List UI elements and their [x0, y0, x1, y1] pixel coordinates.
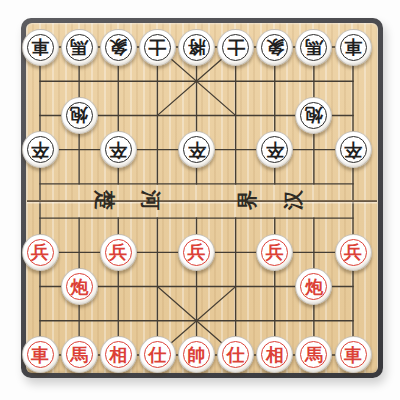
piece-glyph: 兵 [266, 243, 284, 261]
piece-glyph: 炮 [70, 106, 88, 124]
piece-glyph: 炮 [305, 278, 323, 296]
piece-glyph: 仕 [227, 346, 245, 364]
piece-black-elephant-left[interactable]: 象 [100, 29, 137, 66]
board-surface [26, 23, 378, 373]
piece-black-soldier-5[interactable]: 卒 [335, 131, 372, 168]
piece-red-cannon-left[interactable]: 炮 [61, 268, 98, 305]
piece-red-soldier-4[interactable]: 兵 [256, 234, 293, 271]
piece-glyph: 兵 [31, 243, 49, 261]
piece-black-horse-right[interactable]: 馬 [295, 29, 332, 66]
piece-glyph: 相 [109, 346, 127, 364]
piece-glyph: 相 [266, 346, 284, 364]
piece-glyph: 象 [266, 38, 284, 56]
piece-red-horse-left[interactable]: 馬 [61, 336, 98, 373]
piece-glyph: 車 [31, 346, 49, 364]
piece-red-chariot-left[interactable]: 車 [22, 336, 59, 373]
piece-black-cannon-left[interactable]: 炮 [61, 97, 98, 134]
piece-black-chariot-right[interactable]: 車 [335, 29, 372, 66]
piece-red-soldier-2[interactable]: 兵 [100, 234, 137, 271]
river-char-jie: 界 [234, 187, 260, 213]
piece-glyph: 馬 [70, 38, 88, 56]
piece-black-general[interactable]: 將 [178, 29, 215, 66]
piece-glyph: 馬 [305, 38, 323, 56]
piece-glyph: 士 [227, 38, 245, 56]
piece-glyph: 卒 [344, 141, 362, 159]
piece-red-soldier-3[interactable]: 兵 [178, 234, 215, 271]
piece-black-elephant-right[interactable]: 象 [256, 29, 293, 66]
piece-glyph: 車 [31, 38, 49, 56]
piece-glyph: 馬 [70, 346, 88, 364]
piece-black-advisor-right[interactable]: 士 [217, 29, 254, 66]
piece-glyph: 仕 [148, 346, 166, 364]
piece-red-elephant-left[interactable]: 相 [100, 336, 137, 373]
xiangqi-board [21, 18, 383, 378]
piece-glyph: 兵 [109, 243, 127, 261]
piece-glyph: 炮 [305, 106, 323, 124]
piece-glyph: 炮 [70, 278, 88, 296]
piece-glyph: 馬 [305, 346, 323, 364]
piece-black-advisor-left[interactable]: 士 [139, 29, 176, 66]
photo-background: 楚 河 界 汉 車馬象士將士象馬車炮炮卒卒卒卒卒兵兵兵兵兵炮炮車馬相仕帥仕相馬車 [0, 0, 400, 400]
piece-red-soldier-5[interactable]: 兵 [335, 234, 372, 271]
piece-glyph: 車 [344, 346, 362, 364]
piece-glyph: 卒 [188, 141, 206, 159]
piece-red-soldier-1[interactable]: 兵 [22, 234, 59, 271]
piece-glyph: 將 [188, 38, 206, 56]
piece-glyph: 兵 [188, 243, 206, 261]
river-char-chu: 楚 [92, 187, 118, 213]
board-fold-seam [27, 200, 377, 202]
piece-glyph: 兵 [344, 243, 362, 261]
piece-red-chariot-right[interactable]: 車 [335, 336, 372, 373]
piece-black-soldier-2[interactable]: 卒 [100, 131, 137, 168]
river-char-han: 汉 [280, 187, 306, 213]
piece-black-chariot-left[interactable]: 車 [22, 29, 59, 66]
piece-black-soldier-1[interactable]: 卒 [22, 131, 59, 168]
river-char-he: 河 [138, 187, 164, 213]
piece-black-horse-left[interactable]: 馬 [61, 29, 98, 66]
piece-glyph: 卒 [109, 141, 127, 159]
piece-glyph: 帥 [188, 346, 206, 364]
piece-glyph: 象 [109, 38, 127, 56]
piece-glyph: 車 [344, 38, 362, 56]
piece-black-soldier-3[interactable]: 卒 [178, 131, 215, 168]
piece-glyph: 卒 [31, 141, 49, 159]
piece-glyph: 卒 [266, 141, 284, 159]
piece-glyph: 士 [148, 38, 166, 56]
